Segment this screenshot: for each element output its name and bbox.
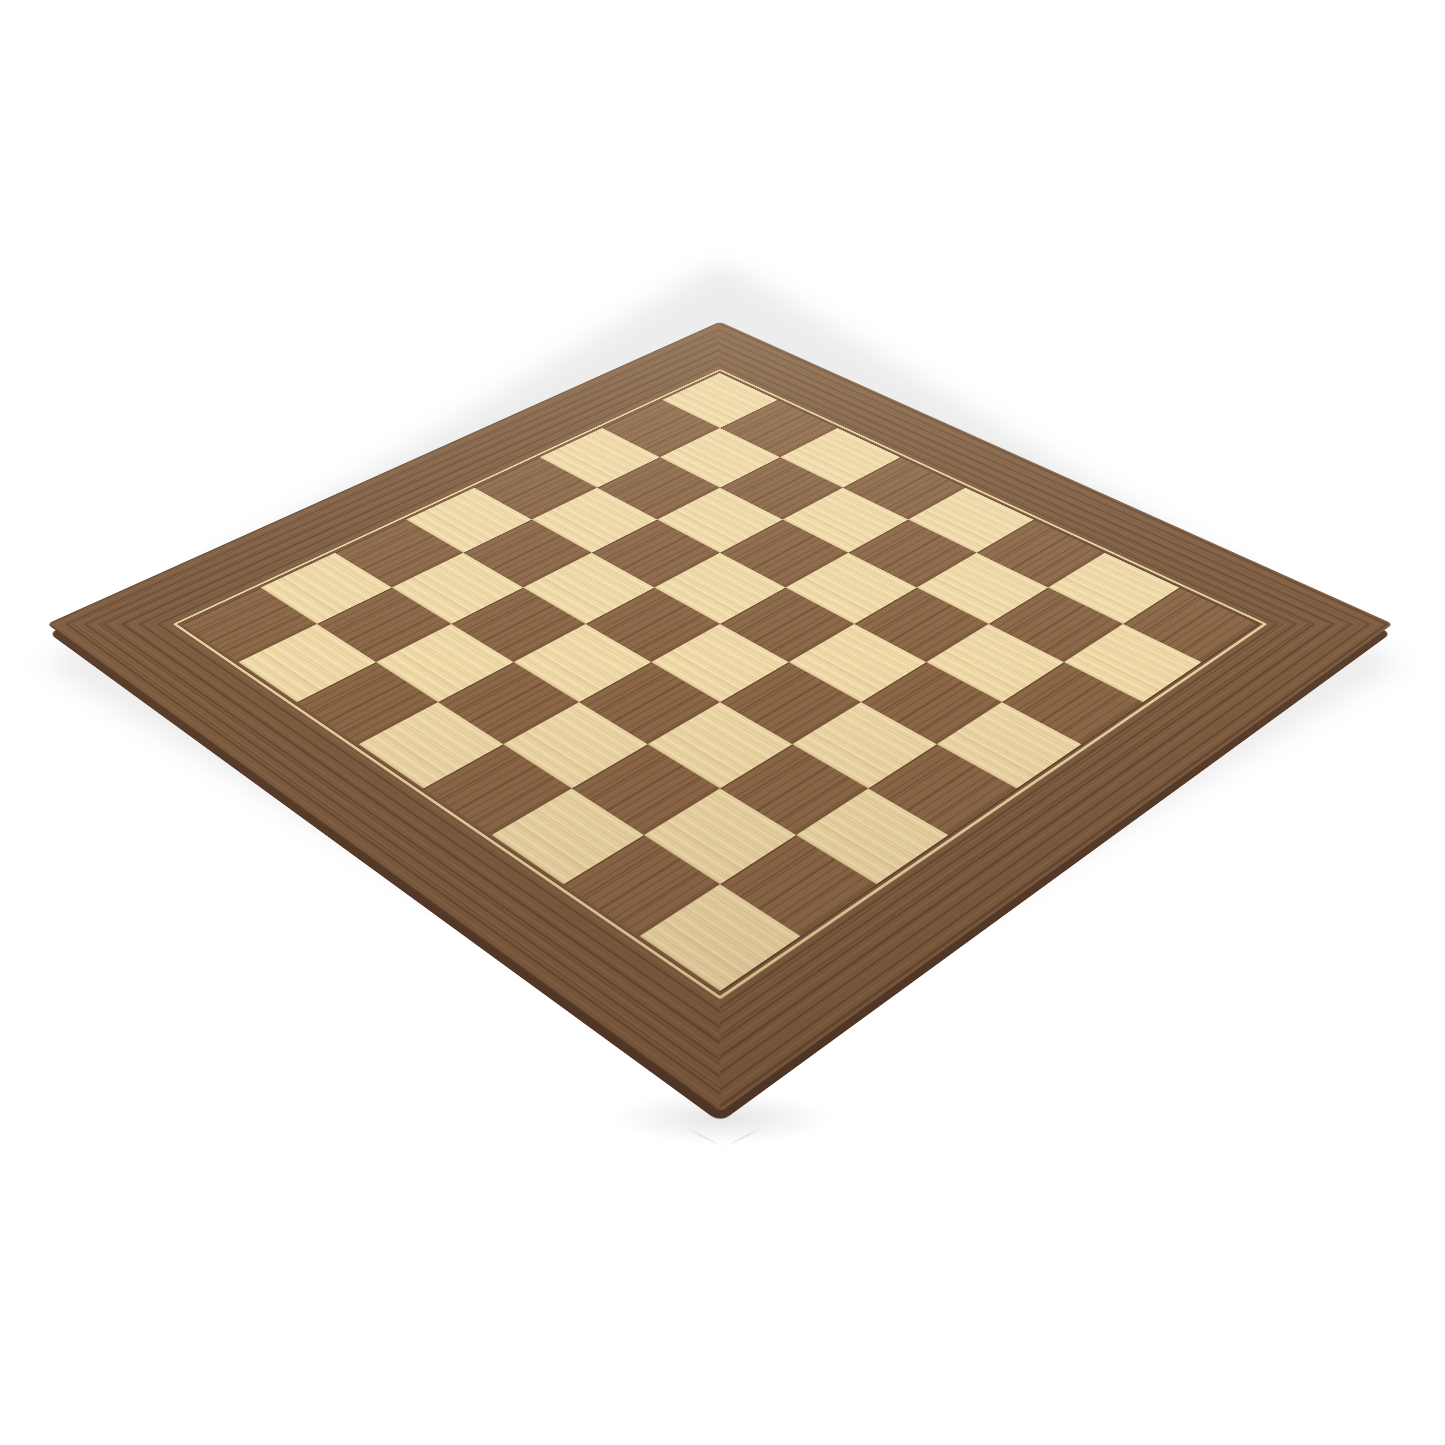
square-f2	[572, 744, 720, 835]
square-h3	[796, 789, 948, 885]
scene	[0, 0, 1445, 1445]
square-g3	[720, 744, 868, 835]
square-c2	[376, 624, 514, 702]
board-frame-bottom	[47, 587, 806, 1112]
playing-field	[183, 373, 1258, 991]
board-top-face	[47, 322, 1393, 1113]
square-f4	[720, 662, 861, 744]
square-d2	[438, 662, 579, 744]
board-frame-right	[634, 587, 1393, 1112]
square-e1	[423, 744, 571, 835]
square-g2	[644, 789, 796, 885]
square-h6	[1002, 662, 1143, 744]
photo-background: { "game": "chess", "scene_description": …	[0, 0, 1445, 1445]
square-g1	[564, 835, 720, 936]
square-h4	[868, 744, 1016, 835]
square-c1	[297, 662, 438, 744]
square-d3	[514, 624, 652, 702]
chessboard	[47, 322, 1393, 1113]
square-e2	[503, 702, 648, 788]
square-h1	[640, 884, 801, 991]
square-b1	[238, 624, 376, 702]
square-e4	[651, 624, 789, 702]
square-g4	[792, 702, 937, 788]
square-f3	[648, 702, 793, 788]
square-d1	[359, 702, 504, 788]
square-e3	[579, 662, 720, 744]
square-h5	[937, 702, 1082, 788]
square-h7	[1064, 624, 1202, 702]
square-f1	[492, 789, 644, 885]
square-f5	[789, 624, 927, 702]
square-g5	[861, 662, 1002, 744]
square-h2	[720, 835, 876, 936]
square-g6	[926, 624, 1064, 702]
